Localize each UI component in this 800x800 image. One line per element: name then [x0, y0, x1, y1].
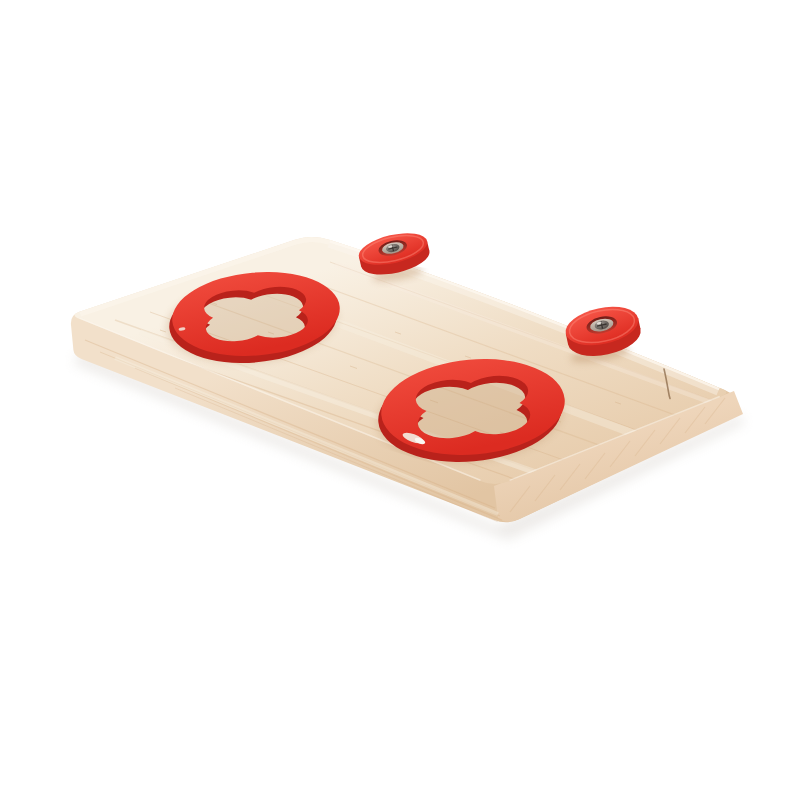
product-photo: [0, 0, 800, 800]
photo-svg: [0, 0, 800, 800]
